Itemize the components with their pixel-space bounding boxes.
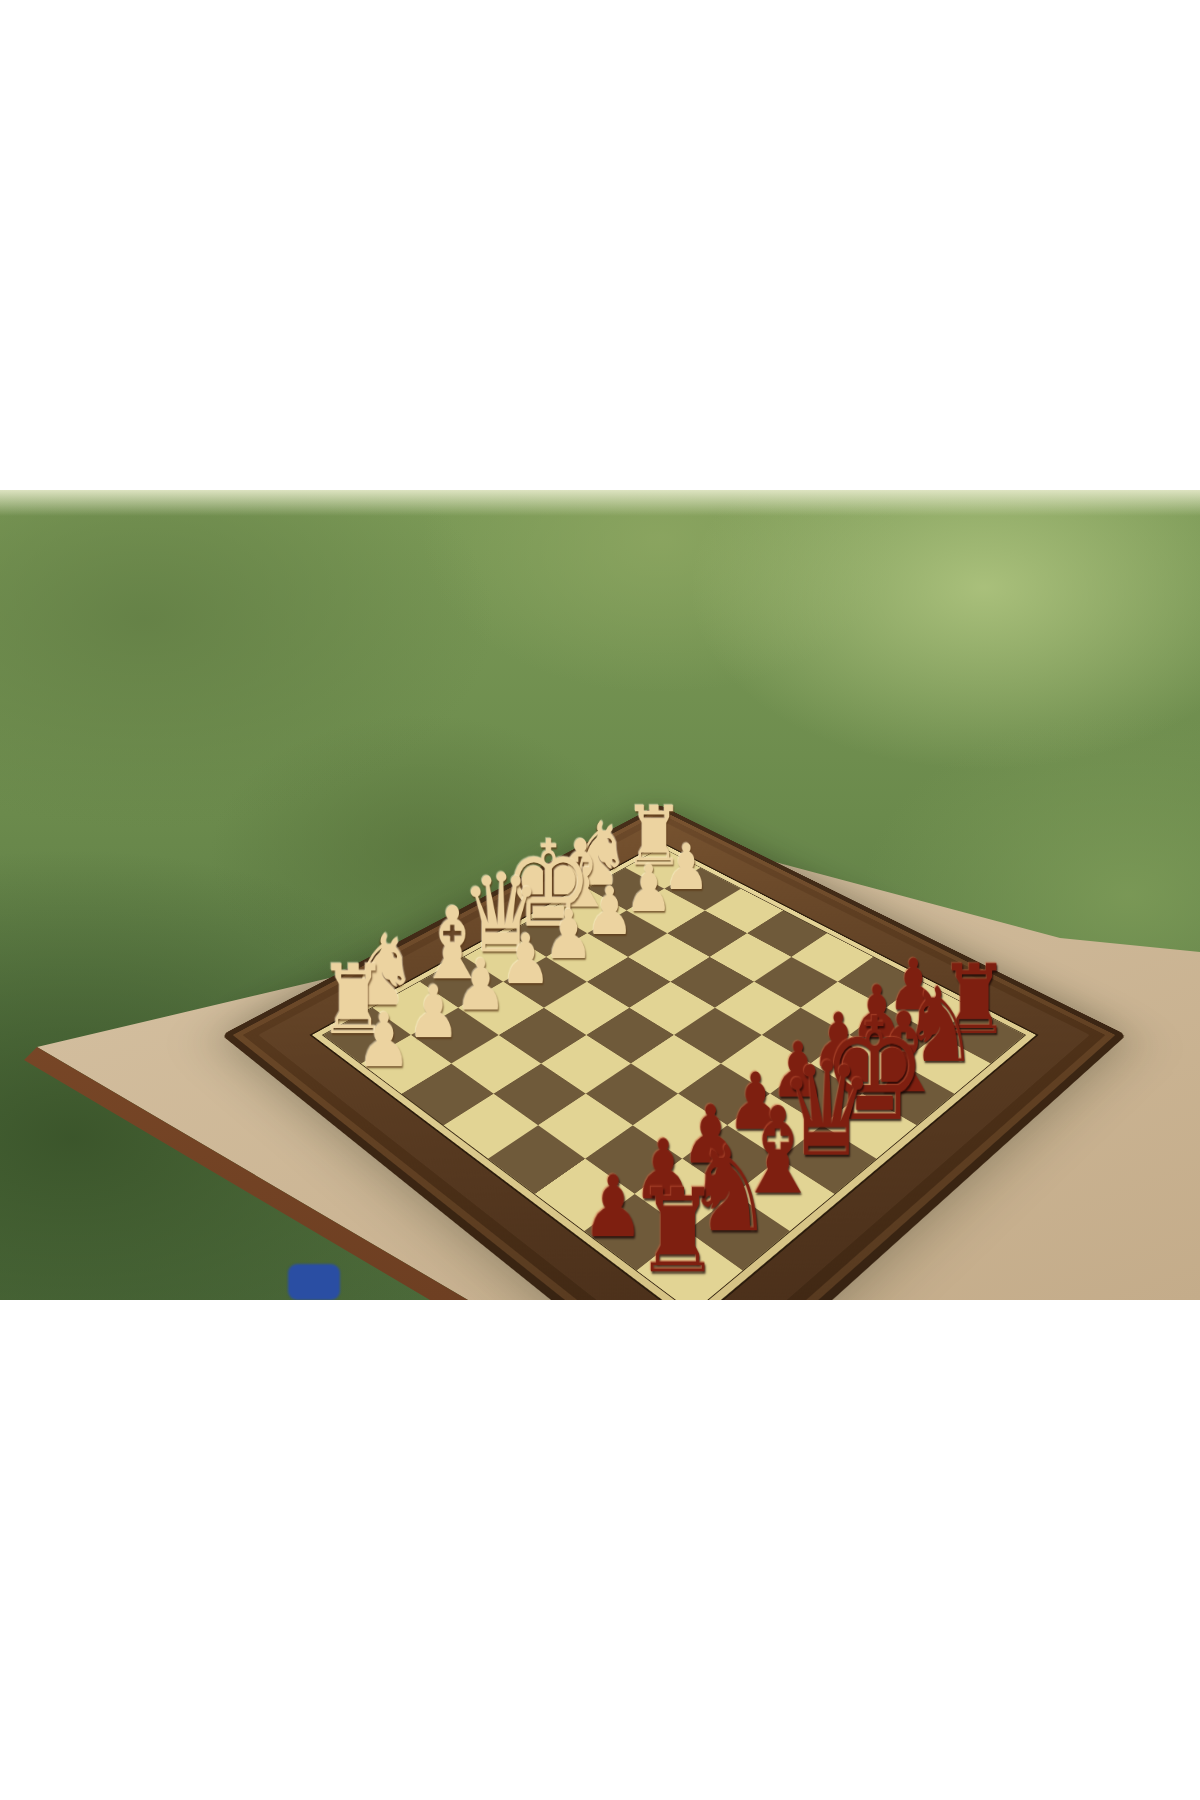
page: { "game": "chess", "position": { "fen": …: [0, 0, 1200, 1800]
square-e5: [674, 1008, 762, 1064]
chess-board-anchor: ♜♟♟♜♞♟♟♞♝♟♟♝♚♟♟♚♛♟♟♛♝♟♟♝♞♟♟♞♜♟♟♜: [354, 715, 994, 1300]
blue-table-stand: [288, 1264, 340, 1300]
outdoor-chess-photo: ♜♟♟♜♞♟♟♞♝♟♟♝♚♟♟♚♛♟♟♛♝♟♟♝♞♟♟♞♜♟♟♜: [0, 490, 1200, 1300]
chess-board: ♜♟♟♜♞♟♟♞♝♟♟♝♚♟♟♚♛♟♟♛♝♟♟♝♞♟♟♞♜♟♟♜: [221, 804, 1126, 1300]
